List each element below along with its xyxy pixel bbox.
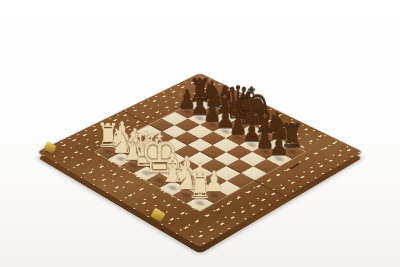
square-e6[interactable] [213,138,239,152]
piece-shadow [179,108,195,116]
piece-shadow [230,134,247,143]
chess-board: ♜♞♝♛♚♝♞♜♟♟♟♟♟♟♟♟♟♟♟♟♟♟♟♟♜♞♝♛♚♝♞♜ [85,37,315,267]
white-rook[interactable]: ♜ [185,168,216,203]
black-pawn[interactable]: ♟ [240,118,264,145]
piece-shadow [192,101,208,109]
piece-shadow [204,120,220,128]
square-h1[interactable]: ♜ [186,195,214,211]
square-d8[interactable]: ♛ [225,118,250,131]
piece-shadow [217,114,233,122]
playing-field: ♜♞♝♛♚♝♞♜♟♟♟♟♟♟♟♟♟♟♟♟♟♟♟♟♜♞♝♛♚♝♞♜ [95,100,304,211]
piece-shadow [192,114,208,122]
square-a7[interactable]: ♟ [175,106,200,119]
black-queen[interactable]: ♛ [218,80,257,125]
piece-shadow [243,127,260,136]
piece-shadow [204,108,220,116]
black-pawn[interactable]: ♟ [201,99,224,125]
black-pawn[interactable]: ♟ [227,112,250,139]
piece-shadow [230,120,247,128]
square-b7[interactable]: ♟ [187,112,212,125]
square-d7[interactable]: ♟ [213,125,239,138]
photo-background: ♜♞♝♛♚♝♞♜♟♟♟♟♟♟♟♟♟♟♟♟♟♟♟♟♜♞♝♛♚♝♞♜ [0,0,400,267]
square-c6[interactable] [187,125,213,138]
black-pawn[interactable]: ♟ [189,92,212,118]
black-pawn[interactable]: ♟ [176,86,199,112]
square-c8[interactable]: ♝ [213,112,238,125]
black-pawn[interactable]: ♟ [214,105,237,131]
square-c7[interactable]: ♟ [200,118,225,131]
piece-shadow [217,127,234,136]
square-e7[interactable]: ♟ [226,131,252,144]
board-top: ♜♞♝♛♚♝♞♜♟♟♟♟♟♟♟♟♟♟♟♟♟♟♟♟♜♞♝♛♚♝♞♜ [37,73,362,247]
square-e8[interactable]: ♚ [238,125,264,138]
square-a8[interactable]: ♜ [188,100,213,112]
black-bishop[interactable]: ♝ [209,82,241,119]
black-pawn[interactable]: ♟ [267,132,291,159]
black-king[interactable]: ♚ [229,81,274,132]
piece-shadow [243,140,260,149]
square-f7[interactable]: ♟ [239,138,265,152]
scene: ♜♞♝♛♚♝♞♜♟♟♟♟♟♟♟♟♟♟♟♟♟♟♟♟♜♞♝♛♚♝♞♜ [0,0,400,267]
square-d6[interactable] [200,131,226,144]
black-rook[interactable]: ♜ [186,74,214,105]
square-b8[interactable]: ♞ [200,106,225,119]
black-knight[interactable]: ♞ [197,78,227,112]
